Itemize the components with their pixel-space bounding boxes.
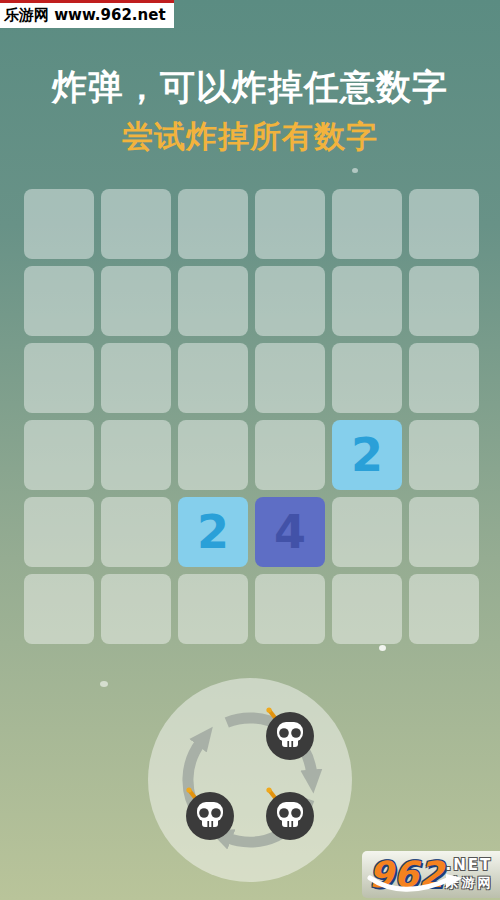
tutorial-subtitle: 尝试炸掉所有数字: [0, 116, 500, 158]
particle-dot: [100, 681, 108, 687]
board-cell: [101, 420, 171, 490]
board-cell: [255, 574, 325, 644]
bomb-tray: [148, 678, 352, 882]
board-cell: [24, 266, 94, 336]
watermark-text: 乐游网 www.962.net: [4, 6, 166, 24]
board-cell: [255, 189, 325, 259]
board-cell: [409, 420, 479, 490]
board-cell: [101, 266, 171, 336]
board[interactable]: 224: [24, 189, 479, 644]
board-cell: [332, 574, 402, 644]
watermark-top: 乐游网 www.962.net: [0, 0, 174, 28]
bomb-icon[interactable]: [182, 786, 238, 842]
board-cell: [332, 189, 402, 259]
tile-2: 2: [178, 497, 248, 567]
board-cell: [409, 189, 479, 259]
board-cell: [178, 266, 248, 336]
particle-dot: [379, 645, 386, 651]
board-cell: [332, 343, 402, 413]
particle-dot: [352, 168, 358, 173]
logo-swoosh-icon: [366, 852, 466, 896]
board-cell: [101, 189, 171, 259]
board-cell: [255, 266, 325, 336]
board-cell: [409, 497, 479, 567]
board-cell: [255, 420, 325, 490]
board-cell: [24, 497, 94, 567]
rotation-arrows-icon: [148, 678, 352, 882]
board-cell: [101, 497, 171, 567]
board-cell: [24, 343, 94, 413]
board-cell: [409, 343, 479, 413]
board-cell: [332, 497, 402, 567]
board-cell: [178, 189, 248, 259]
board-cell: [101, 343, 171, 413]
board-cell: [178, 343, 248, 413]
board-cell: [178, 420, 248, 490]
board-cell: [178, 574, 248, 644]
tutorial-title: 炸弹，可以炸掉任意数字: [0, 64, 500, 111]
board-cell: [24, 189, 94, 259]
board-cell: [101, 574, 171, 644]
tile-4: 4: [255, 497, 325, 567]
board-cell: [24, 574, 94, 644]
board-cell: [255, 343, 325, 413]
game-screen: 乐游网 www.962.net 炸弹，可以炸掉任意数字 尝试炸掉所有数字 224: [0, 0, 500, 900]
bomb-icon[interactable]: [262, 706, 318, 762]
board-cell: [409, 574, 479, 644]
bomb-icon[interactable]: [262, 786, 318, 842]
tile-2: 2: [332, 420, 402, 490]
board-cell: [24, 420, 94, 490]
site-logo: 962 .NET 乐游网: [362, 851, 500, 898]
board-cell: [409, 266, 479, 336]
board-cell: [332, 266, 402, 336]
